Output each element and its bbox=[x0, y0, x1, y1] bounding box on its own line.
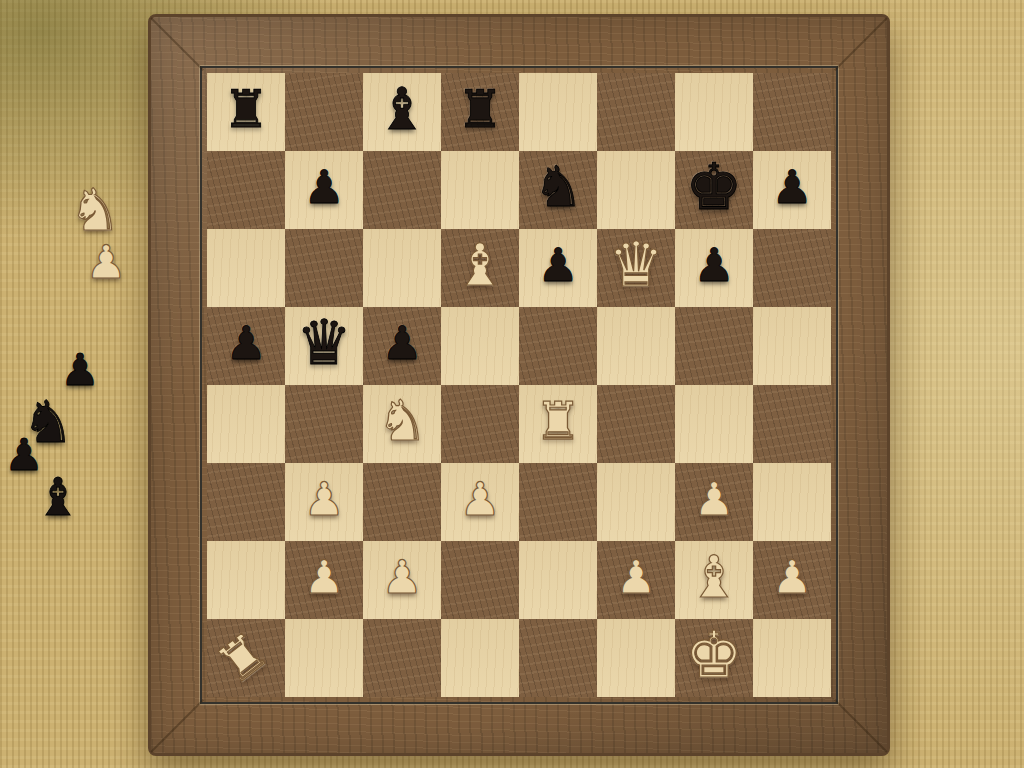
black-queen[interactable]: ♛ bbox=[296, 312, 352, 374]
square-h6[interactable] bbox=[753, 229, 831, 307]
captured-white-knight[interactable]: ♞ bbox=[69, 181, 121, 239]
white-pawn[interactable]: ♟ bbox=[615, 554, 656, 600]
square-f3[interactable] bbox=[597, 463, 675, 541]
square-h5[interactable] bbox=[753, 307, 831, 385]
square-d2[interactable] bbox=[441, 541, 519, 619]
square-d8[interactable]: ♜ bbox=[441, 73, 519, 151]
frame-miter bbox=[834, 17, 888, 71]
square-g5[interactable] bbox=[675, 307, 753, 385]
white-bishop[interactable]: ♝ bbox=[454, 236, 506, 294]
black-pawn[interactable]: ♟ bbox=[537, 242, 578, 288]
square-g2[interactable]: ♝ bbox=[675, 541, 753, 619]
white-knight[interactable]: ♞ bbox=[377, 393, 427, 449]
square-h4[interactable] bbox=[753, 385, 831, 463]
square-h2[interactable]: ♟ bbox=[753, 541, 831, 619]
black-bishop[interactable]: ♝ bbox=[376, 80, 428, 138]
square-f7[interactable] bbox=[597, 151, 675, 229]
square-c3[interactable] bbox=[363, 463, 441, 541]
square-f5[interactable] bbox=[597, 307, 675, 385]
square-g7[interactable]: ♚ bbox=[675, 151, 753, 229]
square-e1[interactable] bbox=[519, 619, 597, 697]
white-pawn[interactable]: ♟ bbox=[459, 476, 500, 522]
black-pawn[interactable]: ♟ bbox=[225, 320, 266, 366]
square-a5[interactable]: ♟ bbox=[207, 307, 285, 385]
square-b4[interactable] bbox=[285, 385, 363, 463]
square-d7[interactable] bbox=[441, 151, 519, 229]
white-rook[interactable]: ♜ bbox=[535, 395, 582, 447]
black-rook[interactable]: ♜ bbox=[223, 83, 270, 135]
black-pawn[interactable]: ♟ bbox=[381, 320, 422, 366]
board-pinstripe-border: ♜♝♜♟♞♚♟♝♟♛♟♟♛♟♞♜♟♟♟♟♟♟♝♟♜♚ bbox=[200, 66, 838, 704]
black-knight[interactable]: ♞ bbox=[533, 159, 583, 215]
frame-miter bbox=[834, 699, 888, 753]
square-h7[interactable]: ♟ bbox=[753, 151, 831, 229]
square-a2[interactable] bbox=[207, 541, 285, 619]
square-e7[interactable]: ♞ bbox=[519, 151, 597, 229]
captured-black-bishop[interactable]: ♝ bbox=[35, 471, 82, 523]
square-b3[interactable]: ♟ bbox=[285, 463, 363, 541]
square-e3[interactable] bbox=[519, 463, 597, 541]
black-pawn[interactable]: ♟ bbox=[303, 164, 344, 210]
white-pawn[interactable]: ♟ bbox=[303, 554, 344, 600]
square-d6[interactable]: ♝ bbox=[441, 229, 519, 307]
square-d4[interactable] bbox=[441, 385, 519, 463]
frame-miter bbox=[150, 17, 204, 71]
square-b2[interactable]: ♟ bbox=[285, 541, 363, 619]
square-g6[interactable]: ♟ bbox=[675, 229, 753, 307]
square-c5[interactable]: ♟ bbox=[363, 307, 441, 385]
square-h3[interactable] bbox=[753, 463, 831, 541]
square-b1[interactable] bbox=[285, 619, 363, 697]
white-bishop[interactable]: ♝ bbox=[688, 548, 740, 606]
square-c1[interactable] bbox=[363, 619, 441, 697]
square-c4[interactable]: ♞ bbox=[363, 385, 441, 463]
square-h8[interactable] bbox=[753, 73, 831, 151]
white-pawn[interactable]: ♟ bbox=[381, 554, 422, 600]
square-e4[interactable]: ♜ bbox=[519, 385, 597, 463]
chessboard: ♜♝♜♟♞♚♟♝♟♛♟♟♛♟♞♜♟♟♟♟♟♟♝♟♜♚ bbox=[207, 73, 831, 697]
captured-black-pawn[interactable]: ♟ bbox=[60, 348, 99, 392]
chessboard-frame: ♜♝♜♟♞♚♟♝♟♛♟♟♛♟♞♜♟♟♟♟♟♟♝♟♜♚ bbox=[148, 14, 890, 756]
square-a3[interactable] bbox=[207, 463, 285, 541]
black-king[interactable]: ♚ bbox=[685, 155, 742, 219]
square-a8[interactable]: ♜ bbox=[207, 73, 285, 151]
square-b7[interactable]: ♟ bbox=[285, 151, 363, 229]
square-b5[interactable]: ♛ bbox=[285, 307, 363, 385]
square-a4[interactable] bbox=[207, 385, 285, 463]
square-g1[interactable]: ♚ bbox=[675, 619, 753, 697]
captured-white-pawn[interactable]: ♟ bbox=[85, 239, 126, 285]
square-d3[interactable]: ♟ bbox=[441, 463, 519, 541]
square-b8[interactable] bbox=[285, 73, 363, 151]
square-c8[interactable]: ♝ bbox=[363, 73, 441, 151]
square-e6[interactable]: ♟ bbox=[519, 229, 597, 307]
white-pawn[interactable]: ♟ bbox=[771, 554, 812, 600]
white-pawn[interactable]: ♟ bbox=[303, 476, 344, 522]
square-e2[interactable] bbox=[519, 541, 597, 619]
photo-scene: ♜♝♜♟♞♚♟♝♟♛♟♟♛♟♞♜♟♟♟♟♟♟♝♟♜♚ ♞♟♟♞♟♝ bbox=[0, 0, 1024, 768]
black-rook[interactable]: ♜ bbox=[457, 83, 504, 135]
square-d5[interactable] bbox=[441, 307, 519, 385]
square-f6[interactable]: ♛ bbox=[597, 229, 675, 307]
black-pawn[interactable]: ♟ bbox=[771, 164, 812, 210]
square-e5[interactable] bbox=[519, 307, 597, 385]
square-c2[interactable]: ♟ bbox=[363, 541, 441, 619]
square-g8[interactable] bbox=[675, 73, 753, 151]
square-g3[interactable]: ♟ bbox=[675, 463, 753, 541]
square-f8[interactable] bbox=[597, 73, 675, 151]
square-c6[interactable] bbox=[363, 229, 441, 307]
square-d1[interactable] bbox=[441, 619, 519, 697]
square-a6[interactable] bbox=[207, 229, 285, 307]
square-g4[interactable] bbox=[675, 385, 753, 463]
square-h1[interactable] bbox=[753, 619, 831, 697]
white-rook[interactable]: ♜ bbox=[208, 623, 277, 693]
square-f2[interactable]: ♟ bbox=[597, 541, 675, 619]
square-b6[interactable] bbox=[285, 229, 363, 307]
white-king[interactable]: ♚ bbox=[685, 623, 742, 687]
white-queen[interactable]: ♛ bbox=[608, 234, 664, 296]
square-a7[interactable] bbox=[207, 151, 285, 229]
white-pawn[interactable]: ♟ bbox=[693, 476, 734, 522]
frame-miter bbox=[150, 699, 204, 753]
square-e8[interactable] bbox=[519, 73, 597, 151]
black-pawn[interactable]: ♟ bbox=[693, 242, 734, 288]
square-a1[interactable]: ♜ bbox=[207, 619, 285, 697]
square-f4[interactable] bbox=[597, 385, 675, 463]
square-c7[interactable] bbox=[363, 151, 441, 229]
square-f1[interactable] bbox=[597, 619, 675, 697]
